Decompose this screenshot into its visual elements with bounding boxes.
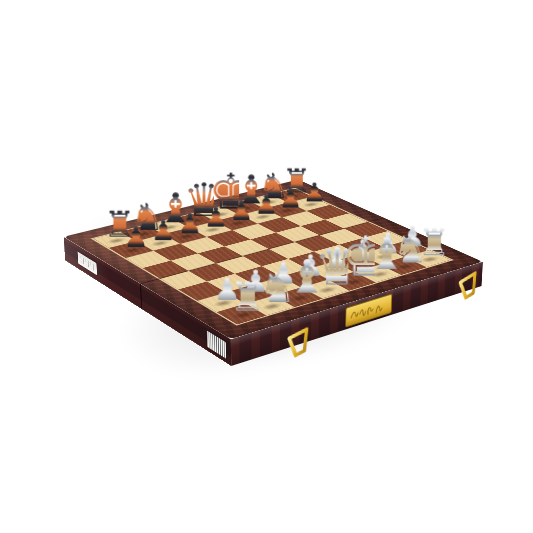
scene: ♜♞♝♛♚♝♞♜♟♟♟♟♟♟♟♟♟♟♟♟♟♟♟♟♜♞♝♛♚♝♞♜ — [0, 0, 533, 533]
piece-white-rook[interactable]: ♜ — [230, 277, 266, 317]
fold-seam-side — [140, 284, 142, 310]
photo-background: ♜♞♝♛♚♝♞♜♟♟♟♟♟♟♟♟♟♟♟♟♟♟♟♟♜♞♝♛♚♝♞♜ — [0, 0, 533, 533]
gold-clasp-icon[interactable] — [284, 324, 314, 362]
piece-black-pawn[interactable]: ♟ — [120, 224, 152, 252]
gold-clasp-icon[interactable] — [456, 268, 482, 304]
